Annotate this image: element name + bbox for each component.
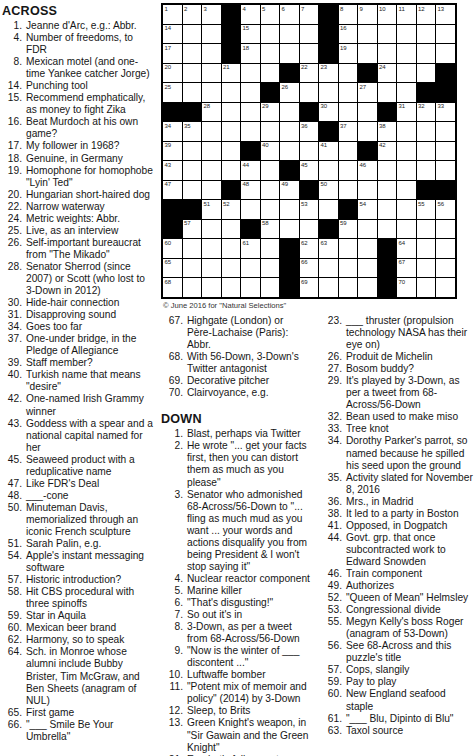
cell-r1c8[interactable]: 7 <box>300 5 319 24</box>
down-clue-60: 60.New England seafood staple <box>323 688 473 712</box>
cell-r8c6[interactable]: 40 <box>261 142 280 161</box>
cell-r2c1[interactable]: 14 <box>163 25 182 44</box>
cell-r15c10[interactable] <box>339 278 358 297</box>
cell-r5c5[interactable] <box>241 83 260 102</box>
clue-number: 38. <box>323 508 346 520</box>
clue-text: Homophone for homophobe "Lyin' Ted" <box>26 165 155 189</box>
down-clue-35: 35.Activity slated for November 8, 2016 <box>323 472 473 496</box>
cell-r3c1[interactable]: 17 <box>163 44 182 63</box>
clue-number: 61. <box>323 713 346 725</box>
cell-r2c7[interactable] <box>280 25 299 44</box>
square-number: 69 <box>301 279 308 286</box>
cell-r8c8[interactable] <box>300 142 319 161</box>
cell-r4c9[interactable]: 23 <box>319 64 338 83</box>
down-clue-59: 59.Pay to play <box>323 676 473 688</box>
cell-r9c3[interactable] <box>202 161 221 180</box>
cell-r2c2[interactable] <box>183 25 202 44</box>
clue-text: Self-important bureaucrat from "The Mika… <box>26 237 155 261</box>
cell-r3c10[interactable]: 19 <box>339 44 358 63</box>
across-clue-37: 37.One-under bridge, in the Pledge of Al… <box>2 333 155 357</box>
cell-r3c5[interactable]: 18 <box>241 44 260 63</box>
clue-number: 66. <box>2 719 26 731</box>
cell-r14c9[interactable] <box>319 259 338 278</box>
clue-text: Senator Sherrod (since 2007) or Scott (w… <box>26 261 155 297</box>
down-clue-1: 1.Blast, perhaps via Twitter <box>161 428 311 440</box>
cell-r13c9[interactable]: 63 <box>319 239 338 258</box>
across-clue-48: 48.___-cone <box>2 490 155 502</box>
clue-number: 10. <box>161 669 187 681</box>
cell-r12c7[interactable] <box>280 220 299 239</box>
clue-number: 60. <box>323 688 346 700</box>
across-clue-19: 19.Homophone for homophobe "Lyin' Ted" <box>2 165 155 189</box>
cell-r1c5[interactable]: 4 <box>241 5 260 24</box>
cell-r2c11[interactable] <box>358 25 377 44</box>
clue-text: ___-cone <box>26 490 155 502</box>
cell-r15c11[interactable] <box>358 278 377 297</box>
clue-number: 34. <box>2 321 26 333</box>
cell-r13c5[interactable]: 61 <box>241 239 260 258</box>
cell-r11c14[interactable]: 55 <box>417 200 436 219</box>
cell-r10c5[interactable]: 48 <box>241 181 260 200</box>
cell-r7c13[interactable] <box>397 122 416 141</box>
cell-r3c11[interactable] <box>358 44 377 63</box>
clue-number: 20. <box>2 189 26 201</box>
cell-r9c15[interactable] <box>436 161 455 180</box>
clue-text: "Queen of Mean" Helmsley <box>346 592 473 604</box>
cell-r1c14[interactable]: 12 <box>417 5 436 24</box>
cell-r10c2[interactable] <box>183 181 202 200</box>
cell-r7c7[interactable] <box>280 122 299 141</box>
clue-number: 27. <box>323 363 346 375</box>
cell-r8c9[interactable]: 41 <box>319 142 338 161</box>
clue-number: 56. <box>323 640 346 652</box>
clue-number: 68. <box>161 351 187 363</box>
cell-r4c14[interactable] <box>417 64 436 83</box>
cell-r1c15[interactable]: 13 <box>436 5 455 24</box>
cell-r6c5[interactable] <box>241 103 260 122</box>
cell-r9c10[interactable] <box>339 161 358 180</box>
cell-r15c14[interactable] <box>417 278 436 297</box>
cell-r14c5[interactable] <box>241 259 260 278</box>
down-clue-3: 3.Senator who admonished 68-Across/56-Do… <box>161 489 311 573</box>
clue-text: Apple's instant messaging software <box>26 550 155 574</box>
cell-r10c1[interactable]: 47 <box>163 181 182 200</box>
cell-r11c9[interactable] <box>319 200 338 219</box>
cell-r2c6[interactable] <box>261 25 280 44</box>
cell-r1c1[interactable]: 1 <box>163 5 182 24</box>
cell-r4c13[interactable] <box>397 64 416 83</box>
clue-number: 44. <box>323 532 346 544</box>
cell-r6c14[interactable]: 32 <box>417 103 436 122</box>
cell-r9c6[interactable] <box>261 161 280 180</box>
across-clue-64: 64.Sch. in Monroe whose alumni include B… <box>2 646 155 706</box>
clue-number: 34. <box>323 435 346 447</box>
cell-r2c5[interactable]: 15 <box>241 25 260 44</box>
cell-r10c7[interactable]: 49 <box>280 181 299 200</box>
clue-number: 63. <box>323 725 346 737</box>
cell-r6c11[interactable] <box>358 103 377 122</box>
cell-r9c5[interactable]: 44 <box>241 161 260 180</box>
cell-r4c6[interactable] <box>261 64 280 83</box>
cell-r15c3[interactable] <box>202 278 221 297</box>
cell-r7c3[interactable] <box>202 122 221 141</box>
cell-r3c2[interactable] <box>183 44 202 63</box>
clue-text: Harmony, so to speak <box>26 634 155 646</box>
clue-text: Marine killer <box>187 585 311 597</box>
cell-r3c8[interactable] <box>300 44 319 63</box>
cell-r13c1[interactable]: 60 <box>163 239 182 258</box>
cell-r6c6[interactable]: 29 <box>261 103 280 122</box>
square-number: 5 <box>262 6 265 13</box>
cell-r8c2[interactable] <box>183 142 202 161</box>
cell-r9c11[interactable]: 46 <box>358 161 377 180</box>
cell-r3c15[interactable] <box>436 44 455 63</box>
across-clue-list-left: 1.Jeanne d'Arc, e.g.: Abbr.4.Number of f… <box>2 20 155 743</box>
cell-r7c11[interactable] <box>358 122 377 141</box>
cell-r13c11[interactable] <box>358 239 377 258</box>
cell-r7c6[interactable] <box>261 122 280 141</box>
cell-r14c2[interactable] <box>183 259 202 278</box>
cell-r8c15[interactable] <box>436 142 455 161</box>
cell-r11c7[interactable] <box>280 200 299 219</box>
clue-number: 24. <box>2 213 26 225</box>
cell-r6c9[interactable]: 30 <box>319 103 338 122</box>
black-square-r4c11 <box>358 64 377 83</box>
crossword-grid: 1234567891011121314151617181920212223242… <box>161 3 457 299</box>
clue-text: Mexican motel (and one-time Yankee catch… <box>26 56 155 80</box>
cell-r7c1[interactable]: 34 <box>163 122 182 141</box>
cell-r12c12[interactable] <box>378 220 397 239</box>
cell-r13c13[interactable]: 64 <box>397 239 416 258</box>
cell-r7c2[interactable]: 35 <box>183 122 202 141</box>
cell-r15c2[interactable] <box>183 278 202 297</box>
clue-text: New England seafood staple <box>346 688 473 712</box>
down-clue-4: 4.Nuclear reactor component <box>161 573 311 585</box>
cell-r6c7[interactable] <box>280 103 299 122</box>
cell-r12c2[interactable]: 57 <box>183 220 202 239</box>
clue-text: It led to a party in Boston <box>346 508 473 520</box>
clue-number: 57. <box>2 574 26 586</box>
square-number: 8 <box>340 6 343 13</box>
cell-r9c14[interactable] <box>417 161 436 180</box>
cell-r13c10[interactable] <box>339 239 358 258</box>
cell-r2c3[interactable] <box>202 25 221 44</box>
black-square-r9c7 <box>280 161 299 180</box>
clue-text: Hit CBS procedural with three spinoffs <box>26 586 155 610</box>
square-number: 24 <box>379 64 386 71</box>
copyright-note: © June 2016 for "Natural Selections" <box>163 301 286 310</box>
cell-r2c8[interactable] <box>300 25 319 44</box>
cell-r10c6[interactable] <box>261 181 280 200</box>
cell-r13c3[interactable] <box>202 239 221 258</box>
square-number: 53 <box>301 201 308 208</box>
cell-r9c9[interactable] <box>319 161 338 180</box>
cell-r6c13[interactable]: 31 <box>397 103 416 122</box>
cell-r2c15[interactable] <box>436 25 455 44</box>
cell-r7c5[interactable] <box>241 122 260 141</box>
cell-r4c12[interactable]: 24 <box>378 64 397 83</box>
across-clue-15: 15.Recommend emphatically, as money to f… <box>2 92 155 116</box>
cell-r14c10[interactable] <box>339 259 358 278</box>
square-number: 10 <box>379 6 386 13</box>
clue-number: 57. <box>323 664 346 676</box>
cell-r3c13[interactable] <box>397 44 416 63</box>
clue-text: Hungarian short-haired dog <box>26 189 155 201</box>
cell-r2c14[interactable] <box>417 25 436 44</box>
cell-r8c4[interactable] <box>222 142 241 161</box>
cell-r8c13[interactable] <box>397 142 416 161</box>
clue-text: It's played by 3-Down, as per a tweet fr… <box>346 375 473 411</box>
cell-r1c13[interactable]: 11 <box>397 5 416 24</box>
cell-r2c12[interactable] <box>378 25 397 44</box>
clue-text: First game <box>26 707 155 719</box>
cell-r10c3[interactable] <box>202 181 221 200</box>
across-clue-34: 34.Goes too far <box>2 321 155 333</box>
clue-text: Bean used to make miso <box>346 411 473 423</box>
cell-r11c12[interactable] <box>378 200 397 219</box>
across-clue-14: 14.Punching tool <box>2 80 155 92</box>
cell-r5c1[interactable]: 25 <box>163 83 182 102</box>
cell-r9c8[interactable]: 45 <box>300 161 319 180</box>
clue-text: Tree knot <box>346 423 473 435</box>
cell-r9c2[interactable] <box>183 161 202 180</box>
cell-r10c11[interactable] <box>358 181 377 200</box>
cell-r3c3[interactable] <box>202 44 221 63</box>
cell-r5c9[interactable] <box>319 83 338 102</box>
cell-r4c8[interactable]: 22 <box>300 64 319 83</box>
cell-r4c10[interactable] <box>339 64 358 83</box>
cell-r1c3[interactable]: 3 <box>202 5 221 24</box>
cell-r13c6[interactable] <box>261 239 280 258</box>
clue-number: 70. <box>161 387 187 399</box>
cell-r12c11[interactable] <box>358 220 377 239</box>
cell-r14c15[interactable] <box>436 259 455 278</box>
cell-r15c15[interactable] <box>436 278 455 297</box>
square-number: 28 <box>204 103 211 110</box>
cell-r1c10[interactable]: 8 <box>339 5 358 24</box>
square-number: 12 <box>418 6 425 13</box>
cell-r7c4[interactable] <box>222 122 241 141</box>
black-square-r4c15 <box>436 64 455 83</box>
cell-r8c1[interactable]: 39 <box>163 142 182 161</box>
cell-r15c8[interactable]: 69 <box>300 278 319 297</box>
black-square-r15c12 <box>378 278 397 297</box>
clue-text: Cops, slangily <box>346 664 473 676</box>
cell-r5c10[interactable] <box>339 83 358 102</box>
clue-text: Seaweed product with a reduplicative nam… <box>26 454 155 478</box>
square-number: 41 <box>321 142 328 149</box>
square-number: 16 <box>340 25 347 32</box>
cell-r4c3[interactable] <box>202 64 221 83</box>
cell-r12c4[interactable] <box>222 220 241 239</box>
cell-r9c13[interactable] <box>397 161 416 180</box>
square-number: 19 <box>340 45 347 52</box>
square-number: 39 <box>165 142 172 149</box>
cell-r14c6[interactable] <box>261 259 280 278</box>
clue-number: 4. <box>2 32 26 44</box>
cell-r7c10[interactable]: 37 <box>339 122 358 141</box>
cell-r12c13[interactable] <box>397 220 416 239</box>
cell-r14c1[interactable]: 65 <box>163 259 182 278</box>
across-clue-25: 25.Live, as an interview <box>2 225 155 237</box>
across-clue-list-mid: 67.Highgate (London) or Père-Lachaise (P… <box>161 315 311 399</box>
black-square-r12c1 <box>163 220 182 239</box>
cell-r14c3[interactable] <box>202 259 221 278</box>
cell-r5c4[interactable] <box>222 83 241 102</box>
cell-r8c3[interactable] <box>202 142 221 161</box>
cell-r4c1[interactable]: 20 <box>163 64 182 83</box>
square-number: 32 <box>418 103 425 110</box>
cell-r15c9[interactable] <box>319 278 338 297</box>
cell-r6c15[interactable]: 33 <box>436 103 455 122</box>
cell-r8c12[interactable]: 42 <box>378 142 397 161</box>
cell-r7c15[interactable] <box>436 122 455 141</box>
square-number: 2 <box>184 6 187 13</box>
cell-r9c12[interactable] <box>378 161 397 180</box>
cell-r3c7[interactable] <box>280 44 299 63</box>
black-square-r4c7 <box>280 64 299 83</box>
cell-r12c6[interactable]: 58 <box>261 220 280 239</box>
cell-r11c6[interactable] <box>261 200 280 219</box>
cell-r1c7[interactable]: 6 <box>280 5 299 24</box>
cell-r9c1[interactable]: 43 <box>163 161 182 180</box>
cell-r4c2[interactable] <box>183 64 202 83</box>
cell-r13c2[interactable] <box>183 239 202 258</box>
clue-number: 42. <box>2 393 26 405</box>
clue-text: Bosom buddy? <box>346 363 473 375</box>
cell-r2c13[interactable] <box>397 25 416 44</box>
cell-r5c7[interactable]: 26 <box>280 83 299 102</box>
cell-r12c8[interactable] <box>300 220 319 239</box>
square-number: 7 <box>301 6 304 13</box>
square-number: 17 <box>165 45 172 52</box>
cell-r14c11[interactable] <box>358 259 377 278</box>
cell-r5c13[interactable] <box>397 83 416 102</box>
cell-r5c3[interactable] <box>202 83 221 102</box>
cell-r11c5[interactable] <box>241 200 260 219</box>
cell-r4c4[interactable]: 21 <box>222 64 241 83</box>
square-number: 68 <box>165 279 172 286</box>
cell-r4c5[interactable] <box>241 64 260 83</box>
cell-r15c5[interactable] <box>241 278 260 297</box>
clue-number: 7. <box>161 609 187 621</box>
cell-r15c1[interactable]: 68 <box>163 278 182 297</box>
clue-text: Nuclear reactor component <box>187 573 311 585</box>
across-clue-1: 1.Jeanne d'Arc, e.g.: Abbr. <box>2 20 155 32</box>
cell-r13c8[interactable]: 62 <box>300 239 319 258</box>
cell-r11c3[interactable]: 51 <box>202 200 221 219</box>
clue-text: Produit de Michelin <box>346 351 473 363</box>
cell-r13c4[interactable] <box>222 239 241 258</box>
cell-r1c2[interactable]: 2 <box>183 5 202 24</box>
clue-text: Disapproving sound <box>26 309 155 321</box>
across-clue-30: 30.Hide-hair connection <box>2 297 155 309</box>
down-clue-61: 61."___ Blu, Dipinto di Blu" <box>323 713 473 725</box>
black-square-r11c2 <box>183 200 202 219</box>
cell-r12c10[interactable]: 59 <box>339 220 358 239</box>
cell-r13c14[interactable] <box>417 239 436 258</box>
black-square-r10c14 <box>417 181 436 200</box>
cell-r10c12[interactable] <box>378 181 397 200</box>
cell-r9c4[interactable] <box>222 161 241 180</box>
cell-r3c14[interactable] <box>417 44 436 63</box>
down-clue-63: 63.Taxol source <box>323 725 473 737</box>
clue-text: Green Knight's weapon, in "Sir Gawain an… <box>187 717 311 753</box>
black-square-r3c9 <box>319 44 338 63</box>
down-clue-36: 36.Mrs., in Madrid <box>323 496 473 508</box>
cell-r14c4[interactable] <box>222 259 241 278</box>
cell-r10c10[interactable] <box>339 181 358 200</box>
cell-r11c4[interactable]: 52 <box>222 200 241 219</box>
clue-number: 54. <box>2 550 26 562</box>
cell-r5c2[interactable] <box>183 83 202 102</box>
clue-number: 64. <box>2 646 26 658</box>
cell-r12c15[interactable] <box>436 220 455 239</box>
across-clue-18: 18.Genuine, in Germany <box>2 153 155 165</box>
cell-r8c14[interactable] <box>417 142 436 161</box>
cell-r8c7[interactable] <box>280 142 299 161</box>
cell-r5c12[interactable] <box>378 83 397 102</box>
cell-r15c13[interactable]: 70 <box>397 278 416 297</box>
across-clue-26: 26.Self-important bureaucrat from "The M… <box>2 237 155 261</box>
clue-number: 53. <box>323 604 346 616</box>
cell-r7c8[interactable]: 36 <box>300 122 319 141</box>
cell-r1c11[interactable]: 9 <box>358 5 377 24</box>
cell-r10c13[interactable] <box>397 181 416 200</box>
cell-r8c10[interactable] <box>339 142 358 161</box>
cell-r13c15[interactable] <box>436 239 455 258</box>
black-square-r11c1 <box>163 200 182 219</box>
cell-r1c6[interactable]: 5 <box>261 5 280 24</box>
down-clue-23: 23.___ thruster (propulsion technology N… <box>323 315 473 351</box>
cell-r5c11[interactable]: 27 <box>358 83 377 102</box>
cell-r11c15[interactable]: 56 <box>436 200 455 219</box>
clue-text: Mexican beer brand <box>26 622 155 634</box>
clue-text: Turkish name that means "desire" <box>26 369 155 393</box>
cell-r6c10[interactable] <box>339 103 358 122</box>
cell-r15c6[interactable] <box>261 278 280 297</box>
cell-r14c14[interactable] <box>417 259 436 278</box>
cell-r7c14[interactable] <box>417 122 436 141</box>
cell-r15c4[interactable] <box>222 278 241 297</box>
cell-r2c10[interactable]: 16 <box>339 25 358 44</box>
cell-r11c8[interactable]: 53 <box>300 200 319 219</box>
cell-r12c14[interactable] <box>417 220 436 239</box>
clue-text: Highgate (London) or Père-Lachaise (Pari… <box>187 315 311 351</box>
cell-r6c4[interactable] <box>222 103 241 122</box>
cell-r7c12[interactable]: 38 <box>378 122 397 141</box>
cell-r14c8[interactable]: 66 <box>300 259 319 278</box>
cell-r11c11[interactable]: 54 <box>358 200 377 219</box>
square-number: 25 <box>165 84 172 91</box>
cell-r14c13[interactable]: 67 <box>397 259 416 278</box>
cell-r1c12[interactable]: 10 <box>378 5 397 24</box>
cell-r3c12[interactable] <box>378 44 397 63</box>
cell-r12c3[interactable] <box>202 220 221 239</box>
black-square-r8c11 <box>358 142 377 161</box>
cell-r3c6[interactable] <box>261 44 280 63</box>
cell-r10c9[interactable]: 50 <box>319 181 338 200</box>
clue-number: 50. <box>2 502 26 514</box>
cell-r11c13[interactable] <box>397 200 416 219</box>
cell-r5c8[interactable] <box>300 83 319 102</box>
square-number: 18 <box>243 45 250 52</box>
clue-text: Goddess with a spear and a national capi… <box>26 418 155 454</box>
black-square-r1c9 <box>319 5 338 24</box>
cell-r6c3[interactable]: 28 <box>202 103 221 122</box>
clue-text: Historic introduction? <box>26 574 155 586</box>
clue-number: 69. <box>161 375 187 387</box>
